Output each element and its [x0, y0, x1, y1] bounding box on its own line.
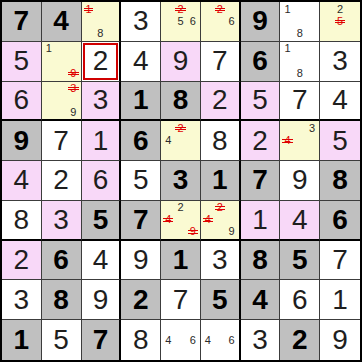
solved-digit: 3 [121, 2, 160, 41]
candidate-grid: 19 [43, 43, 80, 80]
given-digit: 3 [161, 161, 200, 200]
empty-candidate-slot [202, 321, 214, 334]
candidate-digit: 6 [187, 334, 199, 347]
empty-candidate-slot [306, 43, 318, 55]
candidate-digit: 6 [226, 334, 238, 347]
cell-r8c6[interactable]: 5 [201, 280, 241, 320]
solved-digit: 5 [2, 42, 41, 81]
candidate-digit: 4 [202, 334, 214, 347]
cell-r1c4[interactable]: 3 [121, 2, 161, 42]
cell-r2c7[interactable]: 6 [241, 42, 281, 82]
cell-r6c6[interactable]: 249 [201, 201, 241, 241]
cell-r7c4[interactable]: 9 [121, 241, 161, 281]
empty-candidate-slot [55, 55, 67, 67]
solved-digit: 8 [121, 320, 160, 360]
cell-r3c2[interactable]: 39 [42, 82, 82, 122]
candidate-digit: 8 [94, 28, 106, 40]
solved-digit: 2 [201, 82, 239, 120]
cell-r8c8[interactable]: 6 [280, 280, 320, 320]
empty-candidate-slot [281, 147, 293, 159]
empty-candidate-slot [162, 226, 174, 238]
empty-candidate-slot [94, 3, 106, 15]
candidate-grid: 18 [281, 3, 318, 40]
empty-candidate-slot [202, 28, 214, 40]
cell-r4c4[interactable]: 6 [121, 121, 161, 161]
cell-r2c6[interactable]: 7 [201, 42, 241, 82]
cell-r9c7[interactable]: 3 [241, 320, 281, 360]
given-digit: 8 [161, 82, 200, 120]
empty-candidate-slot [214, 28, 226, 40]
solved-digit: 5 [42, 320, 81, 360]
cell-r8c7[interactable]: 4 [241, 280, 281, 320]
cell-r9c4[interactable]: 8 [121, 320, 161, 360]
solved-digit: 7 [320, 241, 360, 280]
solved-digit: 7 [201, 42, 239, 81]
empty-candidate-slot [174, 147, 186, 159]
cell-r4c2[interactable]: 7 [42, 121, 82, 161]
empty-candidate-slot [214, 226, 226, 238]
empty-candidate-slot [226, 28, 238, 40]
solved-digit: 9 [121, 241, 160, 280]
given-digit: 1 [2, 320, 41, 360]
cell-r3c8[interactable]: 7 [280, 82, 320, 122]
given-digit: 8 [42, 280, 81, 319]
empty-candidate-slot [306, 15, 318, 27]
cell-r9c9[interactable]: 9 [320, 320, 360, 360]
empty-candidate-slot [174, 226, 186, 238]
candidate-grid: 18 [281, 43, 318, 80]
empty-candidate-slot [187, 202, 199, 214]
given-digit: 5 [82, 201, 120, 239]
eliminated-candidate-digit: 2 [174, 122, 186, 134]
cell-r6c9[interactable]: 6 [320, 201, 360, 241]
cell-r7c1[interactable]: 2 [2, 241, 42, 281]
cell-r4c3[interactable]: 1 [82, 121, 122, 161]
candidate-grid: 34 [281, 122, 318, 159]
empty-candidate-slot [202, 3, 214, 15]
candidate-digit: 5 [174, 15, 186, 27]
solved-digit: 4 [121, 42, 160, 81]
given-digit: 5 [201, 280, 239, 319]
cell-r9c5[interactable]: 46 [161, 320, 201, 360]
given-digit: 2 [121, 280, 160, 319]
empty-candidate-slot [55, 43, 67, 55]
cell-r1c6[interactable]: 26 [201, 2, 241, 42]
solved-digit: 6 [280, 280, 319, 319]
candidate-grid: 256 [162, 3, 199, 40]
cell-r8c4[interactable]: 2 [121, 280, 161, 320]
eliminated-candidate-digit: 2 [214, 202, 226, 214]
cell-r3c5[interactable]: 8 [161, 82, 201, 122]
empty-candidate-slot [281, 15, 293, 27]
empty-candidate-slot [55, 83, 67, 95]
empty-candidate-slot [162, 3, 174, 15]
empty-candidate-slot [321, 15, 334, 27]
given-digit: 6 [320, 201, 360, 239]
candidate-grid: 26 [202, 3, 238, 40]
given-digit: 6 [121, 121, 160, 160]
empty-candidate-slot [294, 15, 306, 27]
solved-digit: 9 [280, 161, 319, 200]
cell-r6c2[interactable]: 3 [42, 201, 82, 241]
empty-candidate-slot [281, 55, 293, 67]
solved-digit: 6 [2, 82, 41, 120]
empty-candidate-slot [43, 55, 55, 67]
empty-candidate-slot [162, 122, 174, 134]
cell-r7c8[interactable]: 5 [280, 241, 320, 281]
empty-candidate-slot [187, 122, 199, 134]
empty-candidate-slot [43, 83, 55, 95]
cell-r5c7[interactable]: 7 [241, 161, 281, 201]
solved-digit: 2 [241, 121, 280, 160]
eliminated-candidate-digit: 2 [214, 3, 226, 15]
empty-candidate-slot [202, 226, 214, 238]
empty-candidate-slot [281, 122, 293, 134]
solved-digit: 5 [121, 161, 160, 200]
empty-candidate-slot [281, 67, 293, 79]
cell-r6c1[interactable]: 8 [2, 201, 42, 241]
solved-digit: 4 [320, 82, 360, 120]
eliminated-candidate-digit: 1 [83, 3, 95, 15]
cell-r3c3[interactable]: 3 [82, 82, 122, 122]
empty-candidate-slot [162, 202, 174, 214]
solved-digit: 3 [201, 241, 239, 280]
sudoku-grid: 7418325626918255192497618363931825749716… [0, 0, 362, 362]
solved-digit: 4 [82, 241, 120, 280]
empty-candidate-slot [67, 55, 79, 67]
solved-digit: 2 [82, 42, 120, 81]
empty-candidate-slot [55, 67, 67, 79]
cell-r4c1[interactable]: 9 [2, 121, 42, 161]
empty-candidate-slot [187, 321, 199, 334]
empty-candidate-slot [202, 15, 214, 27]
cell-r4c7[interactable]: 2 [241, 121, 281, 161]
empty-candidate-slot [294, 43, 306, 55]
empty-candidate-slot [162, 147, 174, 159]
candidate-digit: 4 [162, 135, 174, 147]
cell-r7c3[interactable]: 4 [82, 241, 122, 281]
empty-candidate-slot [306, 147, 318, 159]
cell-r5c2[interactable]: 2 [42, 161, 82, 201]
empty-candidate-slot [306, 135, 318, 147]
solved-digit: 3 [42, 201, 81, 239]
cell-r5c5[interactable]: 3 [161, 161, 201, 201]
cell-r6c4[interactable]: 7 [121, 201, 161, 241]
cell-r3c7[interactable]: 5 [241, 82, 281, 122]
solved-digit: 3 [241, 320, 280, 360]
empty-candidate-slot [281, 28, 293, 40]
candidate-grid: 249 [162, 202, 199, 238]
candidate-digit: 9 [67, 106, 79, 118]
empty-candidate-slot [214, 214, 226, 226]
empty-candidate-slot [202, 202, 214, 214]
eliminated-candidate-digit: 4 [281, 135, 293, 147]
empty-candidate-slot [162, 15, 174, 27]
cell-r4c8[interactable]: 34 [280, 121, 320, 161]
cell-r9c2[interactable]: 5 [42, 320, 82, 360]
empty-candidate-slot [106, 15, 118, 27]
empty-candidate-slot [83, 15, 95, 27]
empty-candidate-slot [294, 147, 306, 159]
solved-digit: 3 [82, 82, 120, 120]
empty-candidate-slot [202, 346, 214, 359]
solved-digit: 7 [42, 121, 81, 160]
cell-r9c3[interactable]: 7 [82, 320, 122, 360]
candidate-digit: 8 [294, 28, 306, 40]
solved-digit: 8 [201, 121, 239, 160]
candidate-grid: 39 [43, 83, 80, 119]
empty-candidate-slot [162, 28, 174, 40]
given-digit: 4 [42, 2, 81, 41]
solved-digit: 9 [82, 280, 120, 319]
given-digit: 7 [82, 320, 120, 360]
given-digit: 1 [121, 82, 160, 120]
candidate-grid: 18 [83, 3, 119, 40]
candidate-digit: 4 [162, 334, 174, 347]
cell-r8c9[interactable]: 1 [320, 280, 360, 320]
empty-candidate-slot [226, 346, 238, 359]
empty-candidate-slot [226, 214, 238, 226]
empty-candidate-slot [214, 334, 226, 347]
candidate-digit: 6 [226, 15, 238, 27]
given-digit: 9 [2, 121, 41, 160]
given-digit: 7 [2, 2, 41, 41]
empty-candidate-slot [346, 28, 359, 40]
empty-candidate-slot [294, 3, 306, 15]
given-digit: 2 [280, 320, 319, 360]
candidate-grid: 24 [162, 122, 199, 159]
solved-digit: 5 [241, 82, 280, 120]
cell-r1c9[interactable]: 25 [320, 2, 360, 42]
empty-candidate-slot [106, 3, 118, 15]
empty-candidate-slot [43, 67, 55, 79]
empty-candidate-slot [226, 202, 238, 214]
given-digit: 6 [241, 42, 280, 81]
solved-digit: 3 [320, 42, 360, 81]
cell-r5c4[interactable]: 5 [121, 161, 161, 201]
cell-r2c5[interactable]: 9 [161, 42, 201, 82]
cell-r4c9[interactable]: 5 [320, 121, 360, 161]
given-digit: 4 [241, 280, 280, 319]
candidate-digit: 6 [187, 15, 199, 27]
cell-r8c3[interactable]: 9 [82, 280, 122, 320]
empty-candidate-slot [226, 3, 238, 15]
candidate-digit: 8 [294, 67, 306, 79]
cell-r9c1[interactable]: 1 [2, 320, 42, 360]
cell-r2c3-selected[interactable]: 2 [82, 42, 122, 82]
cell-r6c7[interactable]: 1 [241, 201, 281, 241]
empty-candidate-slot [83, 28, 95, 40]
empty-candidate-slot [321, 28, 334, 40]
cell-r8c2[interactable]: 8 [42, 280, 82, 320]
candidate-grid: 46 [162, 321, 199, 359]
empty-candidate-slot [214, 15, 226, 27]
cell-r8c1[interactable]: 3 [2, 280, 42, 320]
eliminated-candidate-digit: 3 [67, 83, 79, 95]
empty-candidate-slot [174, 346, 186, 359]
solved-digit: 2 [2, 241, 41, 280]
candidate-grid: 25 [321, 3, 359, 40]
eliminated-candidate-digit: 2 [174, 3, 186, 15]
empty-candidate-slot [294, 55, 306, 67]
candidate-digit: 1 [281, 3, 293, 15]
cell-r5c1[interactable]: 4 [2, 161, 42, 201]
cell-r1c5[interactable]: 256 [161, 2, 201, 42]
empty-candidate-slot [162, 346, 174, 359]
empty-candidate-slot [306, 67, 318, 79]
empty-candidate-slot [174, 135, 186, 147]
cell-r3c6[interactable]: 2 [201, 82, 241, 122]
cell-r2c9[interactable]: 3 [320, 42, 360, 82]
solved-digit: 1 [320, 280, 360, 319]
solved-digit: 1 [82, 121, 120, 160]
empty-candidate-slot [106, 28, 118, 40]
cell-r5c3[interactable]: 6 [82, 161, 122, 201]
candidate-digit: 2 [334, 3, 347, 15]
eliminated-candidate-digit: 5 [334, 15, 347, 27]
given-digit: 8 [241, 241, 280, 280]
empty-candidate-slot [43, 106, 55, 118]
eliminated-candidate-digit: 4 [202, 214, 214, 226]
cell-r5c6[interactable]: 1 [201, 161, 241, 201]
empty-candidate-slot [187, 28, 199, 40]
empty-candidate-slot [174, 321, 186, 334]
cell-r2c4[interactable]: 4 [121, 42, 161, 82]
solved-digit: 7 [161, 280, 200, 319]
cell-r7c9[interactable]: 7 [320, 241, 360, 281]
solved-digit: 5 [320, 121, 360, 160]
cell-r9c8[interactable]: 2 [280, 320, 320, 360]
cell-r8c5[interactable]: 7 [161, 280, 201, 320]
solved-digit: 6 [82, 161, 120, 200]
cell-r2c1[interactable]: 5 [2, 42, 42, 82]
empty-candidate-slot [346, 3, 359, 15]
cell-r6c3[interactable]: 5 [82, 201, 122, 241]
cell-r4c6[interactable]: 8 [201, 121, 241, 161]
cell-r4c5[interactable]: 24 [161, 121, 201, 161]
solved-digit: 8 [2, 201, 41, 239]
solved-digit: 3 [2, 280, 41, 319]
given-digit: 7 [121, 201, 160, 239]
cell-r5c8[interactable]: 9 [280, 161, 320, 201]
given-digit: 1 [201, 161, 239, 200]
given-digit: 5 [280, 241, 319, 280]
cell-r7c2[interactable]: 6 [42, 241, 82, 281]
cell-r6c5[interactable]: 249 [161, 201, 201, 241]
eliminated-candidate-digit: 9 [67, 67, 79, 79]
empty-candidate-slot [214, 346, 226, 359]
empty-candidate-slot [67, 43, 79, 55]
given-digit: 1 [161, 241, 200, 280]
empty-candidate-slot [174, 28, 186, 40]
given-digit: 6 [42, 241, 81, 280]
cell-r7c6[interactable]: 3 [201, 241, 241, 281]
empty-candidate-slot [306, 28, 318, 40]
solved-digit: 7 [280, 82, 319, 120]
candidate-grid: 46 [202, 321, 238, 359]
empty-candidate-slot [306, 55, 318, 67]
eliminated-candidate-digit: 4 [162, 214, 174, 226]
cell-r3c4[interactable]: 1 [121, 82, 161, 122]
cell-r2c8[interactable]: 18 [280, 42, 320, 82]
solved-digit: 2 [42, 161, 81, 200]
empty-candidate-slot [334, 28, 347, 40]
empty-candidate-slot [174, 214, 186, 226]
empty-candidate-slot [187, 135, 199, 147]
cell-r3c9[interactable]: 4 [320, 82, 360, 122]
candidate-digit: 9 [226, 226, 238, 238]
cell-r1c7[interactable]: 9 [241, 2, 281, 42]
empty-candidate-slot [187, 3, 199, 15]
empty-candidate-slot [346, 15, 359, 27]
empty-candidate-slot [321, 3, 334, 15]
empty-candidate-slot [294, 122, 306, 134]
empty-candidate-slot [55, 106, 67, 118]
cell-r9c6[interactable]: 46 [201, 320, 241, 360]
solved-digit: 4 [280, 201, 319, 239]
cell-r1c2[interactable]: 4 [42, 2, 82, 42]
cell-r7c5[interactable]: 1 [161, 241, 201, 281]
empty-candidate-slot [187, 147, 199, 159]
cell-r3c1[interactable]: 6 [2, 82, 42, 122]
solved-digit: 4 [2, 161, 41, 200]
cell-r1c8[interactable]: 18 [280, 2, 320, 42]
candidate-digit: 2 [174, 202, 186, 214]
cell-r7c7[interactable]: 8 [241, 241, 281, 281]
cell-r1c1[interactable]: 7 [2, 2, 42, 42]
empty-candidate-slot [55, 94, 67, 106]
empty-candidate-slot [162, 321, 174, 334]
solved-digit: 9 [161, 42, 200, 81]
empty-candidate-slot [187, 346, 199, 359]
empty-candidate-slot [67, 94, 79, 106]
candidate-grid: 249 [202, 202, 238, 238]
candidate-digit: 1 [281, 43, 293, 55]
cell-r1c3[interactable]: 18 [82, 2, 122, 42]
empty-candidate-slot [94, 15, 106, 27]
solved-digit: 1 [241, 201, 280, 239]
empty-candidate-slot [294, 135, 306, 147]
empty-candidate-slot [306, 3, 318, 15]
cell-r5c9[interactable]: 8 [320, 161, 360, 201]
cell-r2c2[interactable]: 19 [42, 42, 82, 82]
empty-candidate-slot [174, 334, 186, 347]
solved-digit: 9 [320, 320, 360, 360]
candidate-digit: 1 [43, 43, 55, 55]
eliminated-candidate-digit: 9 [187, 226, 199, 238]
empty-candidate-slot [187, 214, 199, 226]
empty-candidate-slot [43, 94, 55, 106]
given-digit: 9 [241, 2, 280, 41]
candidate-digit: 3 [306, 122, 318, 134]
given-digit: 8 [320, 161, 360, 200]
empty-candidate-slot [226, 321, 238, 334]
cell-r6c8[interactable]: 4 [280, 201, 320, 241]
given-digit: 7 [241, 161, 280, 200]
empty-candidate-slot [214, 321, 226, 334]
